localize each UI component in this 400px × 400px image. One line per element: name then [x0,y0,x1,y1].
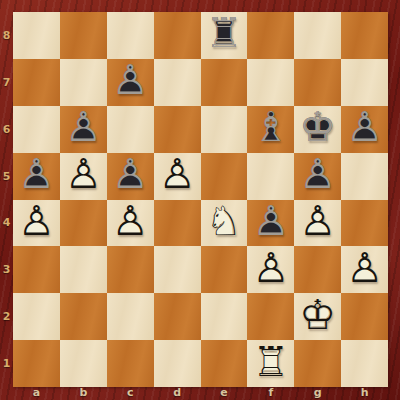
file-label-d: d [154,387,201,400]
square-f5[interactable] [247,153,294,200]
square-e3[interactable] [201,246,248,293]
square-c2[interactable] [107,293,154,340]
square-e1[interactable] [201,340,248,387]
square-e6[interactable] [201,106,248,153]
piece-white-pawn: ♟♙ [107,200,154,247]
square-h7[interactable] [341,59,388,106]
board-frame: 87654321 ♜♖♟♙♟♙♝♗♚♔♟♙♟♙♟♙♟♙♟♙♟♙♟♙♟♙♞♘♟♙♟… [0,0,400,400]
square-f7[interactable] [247,59,294,106]
square-b1[interactable] [60,340,107,387]
square-g8[interactable] [294,12,341,59]
square-f6[interactable]: ♝♗ [247,106,294,153]
file-label-g: g [294,387,341,400]
piece-black-pawn: ♟♙ [107,153,154,200]
square-e4[interactable]: ♞♘ [201,200,248,247]
file-label-e: e [201,387,248,400]
square-g1[interactable] [294,340,341,387]
square-a1[interactable] [13,340,60,387]
piece-black-pawn: ♟♙ [247,200,294,247]
rank-label-4: 4 [0,200,13,247]
piece-white-pawn: ♟♙ [341,246,388,293]
piece-white-knight: ♞♘ [201,200,248,247]
piece-white-pawn: ♟♙ [13,200,60,247]
square-c8[interactable] [107,12,154,59]
rank-labels: 87654321 [0,12,13,387]
square-f2[interactable] [247,293,294,340]
square-b7[interactable] [60,59,107,106]
piece-black-pawn: ♟♙ [107,59,154,106]
square-g3[interactable] [294,246,341,293]
piece-white-rook: ♜♖ [247,340,294,387]
file-label-a: a [13,387,60,400]
square-h8[interactable] [341,12,388,59]
square-h2[interactable] [341,293,388,340]
square-a8[interactable] [13,12,60,59]
file-label-h: h [341,387,388,400]
square-h4[interactable] [341,200,388,247]
square-h5[interactable] [341,153,388,200]
rank-label-3: 3 [0,246,13,293]
rank-label-5: 5 [0,153,13,200]
square-b2[interactable] [60,293,107,340]
piece-black-bishop: ♝♗ [247,106,294,153]
square-b4[interactable] [60,200,107,247]
square-a6[interactable] [13,106,60,153]
square-d1[interactable] [154,340,201,387]
square-f1[interactable]: ♜♖ [247,340,294,387]
rank-label-2: 2 [0,293,13,340]
piece-black-rook: ♜♖ [201,12,248,59]
square-b5[interactable]: ♟♙ [60,153,107,200]
square-c6[interactable] [107,106,154,153]
square-h6[interactable]: ♟♙ [341,106,388,153]
square-a4[interactable]: ♟♙ [13,200,60,247]
chess-board: ♜♖♟♙♟♙♝♗♚♔♟♙♟♙♟♙♟♙♟♙♟♙♟♙♟♙♞♘♟♙♟♙♟♙♟♙♚♔♜♖ [13,12,388,387]
file-label-f: f [247,387,294,400]
square-e5[interactable] [201,153,248,200]
piece-white-king: ♚♔ [294,293,341,340]
square-c5[interactable]: ♟♙ [107,153,154,200]
square-f4[interactable]: ♟♙ [247,200,294,247]
square-c1[interactable] [107,340,154,387]
square-d4[interactable] [154,200,201,247]
file-label-c: c [107,387,154,400]
square-b8[interactable] [60,12,107,59]
square-c3[interactable] [107,246,154,293]
square-g7[interactable] [294,59,341,106]
rank-label-7: 7 [0,59,13,106]
square-a5[interactable]: ♟♙ [13,153,60,200]
square-f3[interactable]: ♟♙ [247,246,294,293]
piece-black-pawn: ♟♙ [294,153,341,200]
square-g4[interactable]: ♟♙ [294,200,341,247]
square-g6[interactable]: ♚♔ [294,106,341,153]
square-e7[interactable] [201,59,248,106]
square-a2[interactable] [13,293,60,340]
square-d5[interactable]: ♟♙ [154,153,201,200]
square-d6[interactable] [154,106,201,153]
rank-label-1: 1 [0,340,13,387]
square-e2[interactable] [201,293,248,340]
piece-white-pawn: ♟♙ [154,153,201,200]
square-f8[interactable] [247,12,294,59]
square-d8[interactable] [154,12,201,59]
piece-black-king: ♚♔ [294,106,341,153]
square-d2[interactable] [154,293,201,340]
file-labels: abcdefgh [13,387,388,400]
piece-black-pawn: ♟♙ [341,106,388,153]
square-a7[interactable] [13,59,60,106]
rank-label-8: 8 [0,12,13,59]
square-b3[interactable] [60,246,107,293]
piece-black-pawn: ♟♙ [13,153,60,200]
square-c7[interactable]: ♟♙ [107,59,154,106]
piece-white-pawn: ♟♙ [294,200,341,247]
file-label-b: b [60,387,107,400]
square-h1[interactable] [341,340,388,387]
square-g2[interactable]: ♚♔ [294,293,341,340]
square-e8[interactable]: ♜♖ [201,12,248,59]
piece-black-pawn: ♟♙ [60,106,107,153]
square-a3[interactable] [13,246,60,293]
square-d3[interactable] [154,246,201,293]
square-b6[interactable]: ♟♙ [60,106,107,153]
piece-white-pawn: ♟♙ [60,153,107,200]
rank-label-6: 6 [0,106,13,153]
square-d7[interactable] [154,59,201,106]
piece-white-pawn: ♟♙ [247,246,294,293]
square-h3[interactable]: ♟♙ [341,246,388,293]
square-g5[interactable]: ♟♙ [294,153,341,200]
square-c4[interactable]: ♟♙ [107,200,154,247]
